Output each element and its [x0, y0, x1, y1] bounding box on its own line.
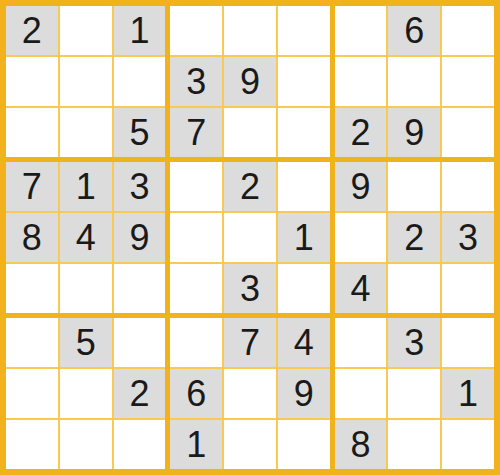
cell-r9c8[interactable]	[388, 420, 440, 469]
cell-r6c2[interactable]	[60, 264, 112, 313]
cell-r7c6: 4	[278, 318, 330, 367]
sudoku-board: 21539762971384921392345274691318	[0, 0, 500, 475]
cell-r7c9[interactable]	[442, 318, 494, 367]
cell-r6c8[interactable]	[388, 264, 440, 313]
cell-r9c3[interactable]	[114, 420, 166, 469]
cell-r8c3: 2	[114, 369, 166, 418]
cell-r2c5: 9	[224, 57, 276, 106]
cell-r7c5: 7	[224, 318, 276, 367]
cell-r7c2: 5	[60, 318, 112, 367]
cell-r4c6[interactable]	[278, 162, 330, 211]
cell-r8c6: 9	[278, 369, 330, 418]
cell-r8c8[interactable]	[388, 369, 440, 418]
cell-r3c2[interactable]	[60, 108, 112, 157]
cell-r3c3: 5	[114, 108, 166, 157]
cell-r2c8[interactable]	[388, 57, 440, 106]
cell-r6c3[interactable]	[114, 264, 166, 313]
cell-r2c2[interactable]	[60, 57, 112, 106]
cell-r3c6[interactable]	[278, 108, 330, 157]
cell-r4c4[interactable]	[170, 162, 222, 211]
cell-r5c3: 9	[114, 213, 166, 262]
cell-r4c8[interactable]	[388, 162, 440, 211]
cell-r2c6[interactable]	[278, 57, 330, 106]
cell-r1c8: 6	[388, 6, 440, 55]
box-5: 213	[170, 162, 329, 313]
cell-r6c1[interactable]	[6, 264, 58, 313]
cell-r9c7: 8	[335, 420, 387, 469]
cell-r6c5: 3	[224, 264, 276, 313]
cell-r3c9[interactable]	[442, 108, 494, 157]
cell-r5c8: 2	[388, 213, 440, 262]
cell-r9c1[interactable]	[6, 420, 58, 469]
cell-r2c3[interactable]	[114, 57, 166, 106]
cell-r2c4: 3	[170, 57, 222, 106]
cell-r7c4[interactable]	[170, 318, 222, 367]
cell-r7c1[interactable]	[6, 318, 58, 367]
cell-r6c4[interactable]	[170, 264, 222, 313]
cell-r4c3: 3	[114, 162, 166, 211]
box-8: 74691	[170, 318, 329, 469]
cell-r5c4[interactable]	[170, 213, 222, 262]
cell-r9c4: 1	[170, 420, 222, 469]
cell-r2c1[interactable]	[6, 57, 58, 106]
cell-r5c9: 3	[442, 213, 494, 262]
cell-r5c2: 4	[60, 213, 112, 262]
cell-r1c5[interactable]	[224, 6, 276, 55]
cell-r3c8: 9	[388, 108, 440, 157]
cell-r5c6: 1	[278, 213, 330, 262]
cell-r8c9: 1	[442, 369, 494, 418]
box-3: 629	[335, 6, 494, 157]
cell-r5c5[interactable]	[224, 213, 276, 262]
cell-r1c9[interactable]	[442, 6, 494, 55]
cell-r3c4: 7	[170, 108, 222, 157]
cell-r2c9[interactable]	[442, 57, 494, 106]
cell-r2c7[interactable]	[335, 57, 387, 106]
cell-r1c7[interactable]	[335, 6, 387, 55]
cell-r6c7: 4	[335, 264, 387, 313]
cell-r4c2: 1	[60, 162, 112, 211]
cell-r7c3[interactable]	[114, 318, 166, 367]
cell-r3c1[interactable]	[6, 108, 58, 157]
cell-r7c7[interactable]	[335, 318, 387, 367]
cell-r6c6[interactable]	[278, 264, 330, 313]
cell-r1c1: 2	[6, 6, 58, 55]
cell-r8c7[interactable]	[335, 369, 387, 418]
cell-r5c7[interactable]	[335, 213, 387, 262]
cell-r3c5[interactable]	[224, 108, 276, 157]
cell-r4c9[interactable]	[442, 162, 494, 211]
cell-r4c1: 7	[6, 162, 58, 211]
cell-r1c2[interactable]	[60, 6, 112, 55]
cell-r7c8: 3	[388, 318, 440, 367]
cell-r3c7: 2	[335, 108, 387, 157]
cell-r6c9[interactable]	[442, 264, 494, 313]
box-4: 713849	[6, 162, 165, 313]
cell-r1c6[interactable]	[278, 6, 330, 55]
box-6: 9234	[335, 162, 494, 313]
box-7: 52	[6, 318, 165, 469]
cell-r1c4[interactable]	[170, 6, 222, 55]
cell-r8c2[interactable]	[60, 369, 112, 418]
box-2: 397	[170, 6, 329, 157]
cell-r5c1: 8	[6, 213, 58, 262]
cell-r8c4: 6	[170, 369, 222, 418]
cell-r9c6[interactable]	[278, 420, 330, 469]
box-1: 215	[6, 6, 165, 157]
cell-r4c7: 9	[335, 162, 387, 211]
cell-r9c2[interactable]	[60, 420, 112, 469]
cell-r1c3: 1	[114, 6, 166, 55]
cell-r8c5[interactable]	[224, 369, 276, 418]
cell-r9c9[interactable]	[442, 420, 494, 469]
cell-r8c1[interactable]	[6, 369, 58, 418]
box-9: 318	[335, 318, 494, 469]
cell-r9c5[interactable]	[224, 420, 276, 469]
cell-r4c5: 2	[224, 162, 276, 211]
